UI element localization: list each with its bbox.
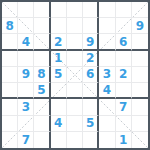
cell-r7c9[interactable] [132, 99, 148, 115]
cell-r2c1[interactable]: 8 [2, 18, 18, 34]
cell-r2c2[interactable] [18, 18, 34, 34]
given-digit: 2 [119, 68, 127, 80]
cell-r5c6[interactable]: 6 [83, 67, 99, 83]
cell-r4c2[interactable] [18, 51, 34, 67]
cell-r3c4[interactable]: 2 [51, 34, 67, 50]
cell-r6c8[interactable] [116, 83, 132, 99]
cell-r7c8[interactable]: 7 [116, 99, 132, 115]
cell-r8c6[interactable]: 5 [83, 116, 99, 132]
given-digit: 7 [119, 101, 127, 113]
cell-r2c3[interactable] [34, 18, 50, 34]
cell-r5c2[interactable]: 9 [18, 67, 34, 83]
cell-r8c4[interactable]: 4 [51, 116, 67, 132]
given-digit: 2 [54, 36, 62, 48]
given-digit: 5 [54, 68, 62, 80]
given-digit: 9 [86, 36, 94, 48]
cell-r3c2[interactable]: 4 [18, 34, 34, 50]
cell-r6c2[interactable] [18, 83, 34, 99]
given-digit: 9 [136, 20, 144, 32]
cell-r9c7[interactable] [99, 132, 115, 148]
cell-r3c3[interactable] [34, 34, 50, 50]
given-digit: 3 [22, 101, 30, 113]
cell-r7c2[interactable]: 3 [18, 99, 34, 115]
given-digit: 3 [103, 68, 111, 80]
cell-r9c8[interactable]: 1 [116, 132, 132, 148]
cell-r6c4[interactable] [51, 83, 67, 99]
cell-r4c8[interactable] [116, 51, 132, 67]
cell-r3c9[interactable] [132, 34, 148, 50]
cell-r8c9[interactable] [132, 116, 148, 132]
cell-r7c7[interactable] [99, 99, 115, 115]
cell-r5c8[interactable]: 2 [116, 67, 132, 83]
cell-r3c6[interactable]: 9 [83, 34, 99, 50]
cell-r6c3[interactable]: 5 [34, 83, 50, 99]
given-digit: 4 [54, 117, 62, 129]
cell-r4c7[interactable] [99, 51, 115, 67]
cell-r3c5[interactable] [67, 34, 83, 50]
cell-r1c7[interactable] [99, 2, 115, 18]
given-digit: 7 [22, 134, 30, 146]
cell-r4c9[interactable] [132, 51, 148, 67]
given-digit: 1 [119, 134, 127, 146]
cell-r3c1[interactable] [2, 34, 18, 50]
cell-r1c4[interactable] [51, 2, 67, 18]
cell-r8c3[interactable] [34, 116, 50, 132]
cell-r1c3[interactable] [34, 2, 50, 18]
given-digit: 9 [22, 68, 30, 80]
cell-r2c5[interactable] [67, 18, 83, 34]
cell-r9c5[interactable] [67, 132, 83, 148]
cell-r5c5[interactable] [67, 67, 83, 83]
cell-r5c9[interactable] [132, 67, 148, 83]
given-digit: 4 [103, 84, 111, 96]
cell-r4c1[interactable] [2, 51, 18, 67]
cell-r1c1[interactable] [2, 2, 18, 18]
cell-r9c4[interactable] [51, 132, 67, 148]
cell-r1c5[interactable] [67, 2, 83, 18]
cell-r2c7[interactable] [99, 18, 115, 34]
given-digit: 1 [54, 52, 62, 64]
cell-r7c5[interactable] [67, 99, 83, 115]
cell-r7c1[interactable] [2, 99, 18, 115]
cell-r1c9[interactable] [132, 2, 148, 18]
given-digit: 5 [86, 117, 94, 129]
cell-r3c8[interactable]: 6 [116, 34, 132, 50]
cell-r9c3[interactable] [34, 132, 50, 148]
given-digit: 8 [5, 20, 13, 32]
cell-r6c1[interactable] [2, 83, 18, 99]
given-digit: 6 [86, 68, 94, 80]
given-digit: 5 [37, 84, 45, 96]
sudoku-board: 8942961298563254374571 [0, 0, 150, 150]
cell-r4c6[interactable]: 2 [83, 51, 99, 67]
cell-r1c6[interactable] [83, 2, 99, 18]
cell-r6c7[interactable]: 4 [99, 83, 115, 99]
cell-r9c1[interactable] [2, 132, 18, 148]
cell-r9c6[interactable] [83, 132, 99, 148]
cell-r4c3[interactable] [34, 51, 50, 67]
cell-r4c4[interactable]: 1 [51, 51, 67, 67]
cell-r2c4[interactable] [51, 18, 67, 34]
cell-r8c8[interactable] [116, 116, 132, 132]
cell-r5c7[interactable]: 3 [99, 67, 115, 83]
cell-r1c8[interactable] [116, 2, 132, 18]
cell-r3c7[interactable] [99, 34, 115, 50]
cell-r1c2[interactable] [18, 2, 34, 18]
cell-r9c9[interactable] [132, 132, 148, 148]
given-digit: 2 [86, 52, 94, 64]
given-digit: 8 [37, 68, 45, 80]
cell-r8c5[interactable] [67, 116, 83, 132]
given-digit: 6 [119, 36, 127, 48]
cell-r4c5[interactable] [67, 51, 83, 67]
cell-r5c1[interactable] [2, 67, 18, 83]
cell-r5c3[interactable]: 8 [34, 67, 50, 83]
cell-r2c6[interactable] [83, 18, 99, 34]
cell-r8c2[interactable] [18, 116, 34, 132]
cell-r7c6[interactable] [83, 99, 99, 115]
cell-r6c5[interactable] [67, 83, 83, 99]
cell-r7c3[interactable] [34, 99, 50, 115]
cell-r5c4[interactable]: 5 [51, 67, 67, 83]
cell-r8c1[interactable] [2, 116, 18, 132]
sudoku-grid: 8942961298563254374571 [2, 2, 148, 148]
cell-r6c6[interactable] [83, 83, 99, 99]
cell-r6c9[interactable] [132, 83, 148, 99]
cell-r7c4[interactable] [51, 99, 67, 115]
cell-r2c9[interactable]: 9 [132, 18, 148, 34]
cell-r9c2[interactable]: 7 [18, 132, 34, 148]
cell-r8c7[interactable] [99, 116, 115, 132]
given-digit: 4 [22, 36, 30, 48]
cell-r2c8[interactable] [116, 18, 132, 34]
